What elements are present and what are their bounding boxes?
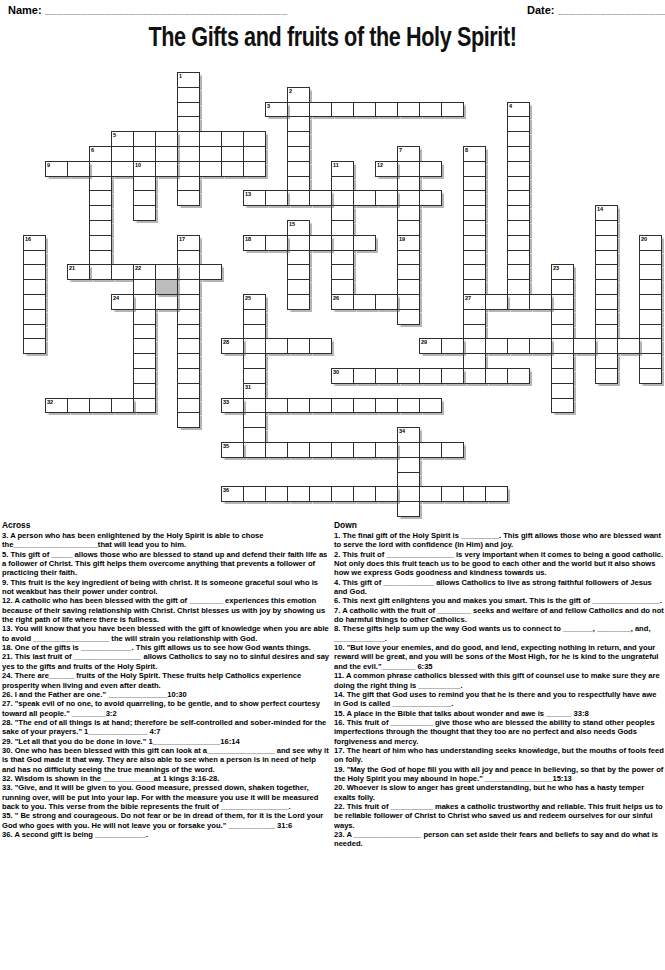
grid-cell[interactable] xyxy=(243,412,266,428)
grid-cell[interactable] xyxy=(397,264,420,280)
grid-cell[interactable] xyxy=(243,324,266,340)
grid-cell[interactable] xyxy=(89,235,112,251)
grid-cell[interactable] xyxy=(441,338,464,354)
grid-cell[interactable] xyxy=(177,250,200,266)
grid-cell[interactable] xyxy=(23,279,46,295)
grid-cell[interactable] xyxy=(331,235,354,251)
grid-cell[interactable] xyxy=(375,102,398,118)
across-clues-column: Across 3. A person who has been enlighte… xyxy=(2,520,331,839)
grid-cell[interactable] xyxy=(287,442,310,458)
grid-cell[interactable] xyxy=(23,324,46,340)
grid-cell[interactable] xyxy=(111,264,134,280)
grid-cell[interactable] xyxy=(639,368,662,384)
grid-cell[interactable] xyxy=(155,264,178,280)
grid-cell[interactable]: 29 xyxy=(419,338,442,354)
grid-cell[interactable] xyxy=(551,368,574,384)
grid-cell[interactable] xyxy=(397,457,420,473)
grid-cell[interactable]: 20 xyxy=(639,235,662,251)
grid-cell[interactable]: 4 xyxy=(507,102,530,118)
grid-cell[interactable] xyxy=(309,102,332,118)
grid-cell[interactable] xyxy=(507,235,530,251)
grid-cell[interactable] xyxy=(463,353,486,369)
grid-cell[interactable] xyxy=(639,250,662,266)
clue-across-18: 18. One of the gifts is ____________. Th… xyxy=(2,643,331,652)
grid-cell[interactable] xyxy=(243,309,266,325)
grid-cell[interactable] xyxy=(287,146,310,162)
grid-cell[interactable] xyxy=(287,279,310,295)
grid-cell[interactable] xyxy=(463,205,486,221)
grid-cell[interactable] xyxy=(441,442,464,458)
grid-cell[interactable] xyxy=(353,398,376,414)
grid-cell[interactable]: 18 xyxy=(243,235,266,251)
grid-cell[interactable] xyxy=(375,442,398,458)
grid-cell[interactable] xyxy=(397,220,420,236)
grid-cell[interactable] xyxy=(199,131,222,147)
grid-cell[interactable] xyxy=(595,368,618,384)
grid-cell[interactable] xyxy=(507,250,530,266)
grid-cell[interactable] xyxy=(441,102,464,118)
grid-cell[interactable] xyxy=(353,294,376,310)
clue-number: 2 xyxy=(289,88,292,94)
grid-cell[interactable] xyxy=(243,161,266,177)
grid-cell[interactable]: 14 xyxy=(595,205,618,221)
grid-cell[interactable] xyxy=(463,264,486,280)
grid-cell[interactable] xyxy=(507,146,530,162)
grid-cell[interactable] xyxy=(177,324,200,340)
grid-cell[interactable] xyxy=(353,368,376,384)
grid-cell[interactable]: 13 xyxy=(243,190,266,206)
grid-cell-shaded[interactable] xyxy=(155,279,178,295)
grid-cell[interactable] xyxy=(133,398,156,414)
grid-cell[interactable] xyxy=(243,486,266,502)
clue-number: 33 xyxy=(223,399,229,405)
grid-cell[interactable] xyxy=(397,486,420,502)
grid-cell[interactable] xyxy=(23,294,46,310)
grid-cell[interactable] xyxy=(397,368,420,384)
grid-cell[interactable] xyxy=(287,190,310,206)
down-heading: Down xyxy=(334,520,664,531)
worksheet-page: Name: __________________________________… xyxy=(0,0,665,970)
grid-cell[interactable] xyxy=(595,353,618,369)
grid-cell[interactable] xyxy=(287,235,310,251)
grid-cell[interactable] xyxy=(639,279,662,295)
grid-cell[interactable] xyxy=(331,250,354,266)
grid-cell[interactable] xyxy=(419,190,442,206)
grid-cell[interactable] xyxy=(463,190,486,206)
clue-across-9: 9. This fruit is the key ingredient of b… xyxy=(2,578,331,597)
grid-cell[interactable] xyxy=(89,398,112,414)
grid-cell[interactable] xyxy=(177,412,200,428)
grid-cell[interactable] xyxy=(507,279,530,295)
grid-cell[interactable] xyxy=(617,338,640,354)
grid-cell[interactable] xyxy=(177,102,200,118)
grid-cell[interactable] xyxy=(441,486,464,502)
grid-cell[interactable] xyxy=(375,294,398,310)
grid-cell[interactable] xyxy=(397,279,420,295)
clue-across-30: 30. One who has been blessed with this g… xyxy=(2,746,331,774)
name-input-line[interactable]: ________________________________________ xyxy=(45,4,287,15)
grid-cell[interactable]: 26 xyxy=(331,294,354,310)
grid-cell[interactable] xyxy=(133,279,156,295)
grid-cell[interactable] xyxy=(177,368,200,384)
grid-cell[interactable] xyxy=(397,205,420,221)
grid-cell[interactable] xyxy=(551,353,574,369)
grid-cell[interactable] xyxy=(529,338,552,354)
grid-cell[interactable] xyxy=(243,353,266,369)
grid-cell[interactable] xyxy=(595,309,618,325)
grid-cell[interactable] xyxy=(595,279,618,295)
grid-cell[interactable] xyxy=(309,338,332,354)
grid-cell[interactable] xyxy=(287,161,310,177)
grid-cell[interactable] xyxy=(309,398,332,414)
grid-cell[interactable] xyxy=(595,235,618,251)
grid-cell[interactable] xyxy=(133,383,156,399)
grid-cell[interactable] xyxy=(419,102,442,118)
grid-cell[interactable] xyxy=(331,176,354,192)
grid-cell[interactable] xyxy=(155,294,178,310)
grid-cell[interactable] xyxy=(155,161,178,177)
grid-cell[interactable] xyxy=(353,190,376,206)
grid-cell[interactable] xyxy=(287,102,310,118)
grid-cell[interactable]: 11 xyxy=(331,161,354,177)
grid-cell[interactable] xyxy=(463,324,486,340)
grid-cell[interactable] xyxy=(67,398,90,414)
grid-cell[interactable] xyxy=(397,398,420,414)
grid-cell[interactable] xyxy=(177,116,200,132)
grid-cell[interactable] xyxy=(397,472,420,488)
grid-cell[interactable]: 34 xyxy=(397,427,420,443)
grid-cell[interactable] xyxy=(331,442,354,458)
grid-cell[interactable] xyxy=(397,501,420,517)
grid-cell[interactable] xyxy=(463,309,486,325)
clue-down-17: 17. The heart of him who has understandi… xyxy=(334,746,664,765)
grid-cell[interactable] xyxy=(221,131,244,147)
grid-cell[interactable] xyxy=(133,205,156,221)
grid-cell[interactable] xyxy=(419,368,442,384)
grid-cell[interactable] xyxy=(309,486,332,502)
grid-cell[interactable]: 22 xyxy=(133,264,156,280)
grid-cell[interactable] xyxy=(375,190,398,206)
grid-cell[interactable] xyxy=(287,264,310,280)
clue-number: 11 xyxy=(333,162,339,168)
grid-cell[interactable] xyxy=(265,235,288,251)
grid-cell[interactable] xyxy=(243,398,266,414)
grid-cell[interactable]: 19 xyxy=(397,235,420,251)
grid-cell[interactable] xyxy=(507,116,530,132)
clue-number: 19 xyxy=(399,236,405,242)
grid-cell[interactable] xyxy=(23,264,46,280)
grid-cell[interactable] xyxy=(265,338,288,354)
grid-cell[interactable] xyxy=(463,279,486,295)
grid-cell[interactable] xyxy=(89,161,112,177)
grid-cell[interactable]: 6 xyxy=(89,146,112,162)
grid-cell[interactable] xyxy=(331,398,354,414)
grid-cell[interactable]: 28 xyxy=(221,338,244,354)
clue-across-12: 12. A catholic who has been blessed with… xyxy=(2,596,331,624)
grid-cell[interactable]: 8 xyxy=(463,146,486,162)
grid-cell[interactable]: 35 xyxy=(221,442,244,458)
grid-cell[interactable] xyxy=(639,309,662,325)
grid-cell[interactable]: 2 xyxy=(287,87,310,103)
grid-cell[interactable] xyxy=(89,205,112,221)
grid-cell[interactable]: 32 xyxy=(45,398,68,414)
clue-down-14: 14. The gift that God uses to remind you… xyxy=(334,690,664,709)
grid-cell[interactable] xyxy=(419,161,442,177)
clue-number: 1 xyxy=(179,73,182,79)
grid-cell[interactable] xyxy=(177,294,200,310)
grid-cell[interactable] xyxy=(177,279,200,295)
grid-cell[interactable] xyxy=(507,368,530,384)
grid-cell[interactable] xyxy=(177,161,200,177)
grid-cell[interactable] xyxy=(375,368,398,384)
grid-cell[interactable] xyxy=(463,338,486,354)
grid-cell[interactable] xyxy=(243,368,266,384)
grid-cell[interactable] xyxy=(507,264,530,280)
grid-cell[interactable] xyxy=(353,102,376,118)
clue-down-1: 1. The final gift of the Holy Spirit is … xyxy=(334,531,664,550)
grid-cell[interactable] xyxy=(485,486,508,502)
grid-cell[interactable]: 25 xyxy=(243,294,266,310)
grid-cell[interactable] xyxy=(331,279,354,295)
grid-cell[interactable] xyxy=(485,368,508,384)
clue-down-19: 19. "May the God of hope fill you with a… xyxy=(334,765,664,784)
grid-cell[interactable]: 3 xyxy=(265,102,288,118)
grid-cell[interactable] xyxy=(331,190,354,206)
grid-cell[interactable]: 36 xyxy=(221,486,244,502)
grid-cell[interactable] xyxy=(177,309,200,325)
grid-cell[interactable] xyxy=(551,398,574,414)
grid-cell[interactable] xyxy=(419,486,442,502)
grid-cell[interactable] xyxy=(639,338,662,354)
grid-cell[interactable] xyxy=(397,250,420,266)
grid-cell[interactable] xyxy=(177,353,200,369)
grid-cell[interactable] xyxy=(265,398,288,414)
clue-across-29: 29. "Let all that you do be done in love… xyxy=(2,737,331,746)
grid-cell[interactable] xyxy=(133,176,156,192)
grid-cell[interactable] xyxy=(441,368,464,384)
grid-cell[interactable] xyxy=(529,294,552,310)
grid-cell[interactable] xyxy=(507,338,530,354)
grid-cell[interactable] xyxy=(177,87,200,103)
grid-cell[interactable] xyxy=(551,383,574,399)
grid-cell[interactable] xyxy=(221,161,244,177)
grid-cell[interactable] xyxy=(639,294,662,310)
grid-cell[interactable] xyxy=(463,368,486,384)
grid-cell[interactable] xyxy=(375,486,398,502)
grid-cell[interactable] xyxy=(177,398,200,414)
grid-cell[interactable] xyxy=(353,442,376,458)
grid-cell[interactable] xyxy=(89,220,112,236)
grid-cell[interactable] xyxy=(199,264,222,280)
grid-cell[interactable] xyxy=(507,176,530,192)
grid-cell[interactable]: 7 xyxy=(397,146,420,162)
grid-cell[interactable] xyxy=(265,190,288,206)
grid-cell[interactable]: 24 xyxy=(111,294,134,310)
grid-cell[interactable] xyxy=(177,176,200,192)
clue-across-33: 33. "Give, and it will be given to you. … xyxy=(2,783,331,811)
grid-cell[interactable] xyxy=(133,294,156,310)
grid-cell[interactable] xyxy=(375,398,398,414)
grid-cell[interactable] xyxy=(397,102,420,118)
grid-cell[interactable] xyxy=(177,190,200,206)
grid-cell[interactable] xyxy=(331,220,354,236)
grid-cell[interactable] xyxy=(243,338,266,354)
grid-cell[interactable] xyxy=(595,294,618,310)
grid-cell[interactable] xyxy=(287,294,310,310)
grid-cell[interactable] xyxy=(287,486,310,502)
grid-cell[interactable] xyxy=(287,398,310,414)
grid-cell[interactable] xyxy=(463,235,486,251)
grid-cell[interactable] xyxy=(133,324,156,340)
grid-cell[interactable] xyxy=(595,264,618,280)
grid-cell[interactable] xyxy=(551,294,574,310)
grid-cell[interactable]: 16 xyxy=(23,235,46,251)
grid-cell[interactable] xyxy=(133,368,156,384)
grid-cell[interactable] xyxy=(639,353,662,369)
grid-cell[interactable]: 15 xyxy=(287,220,310,236)
grid-cell[interactable] xyxy=(507,205,530,221)
grid-cell[interactable] xyxy=(177,264,200,280)
grid-cell[interactable] xyxy=(133,131,156,147)
grid-cell[interactable] xyxy=(287,338,310,354)
grid-cell[interactable] xyxy=(397,161,420,177)
grid-cell[interactable] xyxy=(397,442,420,458)
grid-cell[interactable] xyxy=(23,338,46,354)
clue-down-11: 11. A common phrase catholics blessed wi… xyxy=(334,671,664,690)
grid-cell[interactable] xyxy=(485,294,508,310)
grid-cell[interactable] xyxy=(397,294,420,310)
grid-cell[interactable] xyxy=(463,161,486,177)
grid-cell[interactable] xyxy=(287,116,310,132)
grid-cell[interactable] xyxy=(243,146,266,162)
grid-cell[interactable] xyxy=(331,205,354,221)
grid-cell[interactable]: 30 xyxy=(331,368,354,384)
grid-cell[interactable] xyxy=(287,131,310,147)
grid-cell[interactable] xyxy=(155,146,178,162)
grid-cell[interactable] xyxy=(265,486,288,502)
grid-cell[interactable] xyxy=(243,131,266,147)
clue-number: 30 xyxy=(333,369,339,375)
grid-cell[interactable] xyxy=(353,235,376,251)
grid-cell[interactable] xyxy=(639,324,662,340)
grid-cell[interactable]: 23 xyxy=(551,264,574,280)
grid-cell[interactable] xyxy=(199,146,222,162)
grid-cell[interactable] xyxy=(639,264,662,280)
grid-cell[interactable] xyxy=(221,146,244,162)
grid-cell[interactable]: 9 xyxy=(45,161,68,177)
grid-cell[interactable] xyxy=(595,250,618,266)
grid-cell[interactable] xyxy=(133,353,156,369)
grid-cell[interactable] xyxy=(133,309,156,325)
grid-cell[interactable] xyxy=(507,220,530,236)
grid-cell[interactable]: 27 xyxy=(463,294,486,310)
grid-cell[interactable] xyxy=(551,309,574,325)
grid-cell[interactable] xyxy=(507,294,530,310)
grid-cell[interactable] xyxy=(309,190,332,206)
grid-cell[interactable] xyxy=(331,264,354,280)
grid-cell[interactable]: 5 xyxy=(111,131,134,147)
grid-cell[interactable] xyxy=(287,176,310,192)
grid-cell[interactable] xyxy=(67,161,90,177)
clue-number: 14 xyxy=(597,206,603,212)
grid-cell[interactable] xyxy=(419,398,442,414)
grid-cell[interactable] xyxy=(573,338,596,354)
grid-cell[interactable] xyxy=(243,442,266,458)
grid-cell[interactable] xyxy=(463,486,486,502)
clue-number: 20 xyxy=(641,236,647,242)
grid-cell[interactable] xyxy=(177,338,200,354)
grid-cell[interactable] xyxy=(551,338,574,354)
grid-cell[interactable] xyxy=(89,190,112,206)
grid-cell[interactable] xyxy=(595,324,618,340)
grid-cell[interactable] xyxy=(287,250,310,266)
grid-cell[interactable] xyxy=(485,338,508,354)
grid-cell[interactable]: 21 xyxy=(67,264,90,280)
grid-cell[interactable] xyxy=(551,324,574,340)
grid-cell[interactable] xyxy=(111,146,134,162)
grid-cell[interactable]: 17 xyxy=(177,235,200,251)
grid-cell[interactable] xyxy=(397,190,420,206)
grid-cell[interactable] xyxy=(155,131,178,147)
grid-cell[interactable] xyxy=(23,250,46,266)
grid-cell[interactable] xyxy=(177,131,200,147)
grid-cell[interactable] xyxy=(595,338,618,354)
grid-cell[interactable] xyxy=(507,190,530,206)
grid-cell[interactable] xyxy=(595,220,618,236)
clue-down-15: 15. A place in the Bible that talks abou… xyxy=(334,709,664,718)
grid-cell[interactable] xyxy=(309,442,332,458)
grid-cell[interactable]: 1 xyxy=(177,72,200,88)
grid-cell[interactable] xyxy=(177,146,200,162)
grid-cell[interactable] xyxy=(463,176,486,192)
grid-cell[interactable]: 31 xyxy=(243,383,266,399)
grid-cell[interactable] xyxy=(507,131,530,147)
grid-cell[interactable] xyxy=(397,309,420,325)
grid-cell[interactable] xyxy=(23,309,46,325)
grid-cell[interactable] xyxy=(331,486,354,502)
grid-cell[interactable] xyxy=(419,442,442,458)
grid-cell[interactable] xyxy=(133,146,156,162)
grid-cell[interactable] xyxy=(309,235,332,251)
grid-cell[interactable] xyxy=(111,161,134,177)
grid-cell[interactable] xyxy=(507,161,530,177)
across-heading: Across xyxy=(2,520,331,531)
grid-cell[interactable] xyxy=(199,161,222,177)
grid-cell[interactable] xyxy=(111,398,134,414)
grid-cell[interactable] xyxy=(331,102,354,118)
grid-cell[interactable] xyxy=(133,190,156,206)
grid-cell[interactable] xyxy=(89,264,112,280)
clue-number: 18 xyxy=(245,236,251,242)
clue-number: 36 xyxy=(223,487,229,493)
grid-cell[interactable] xyxy=(243,427,266,443)
grid-cell[interactable] xyxy=(89,250,112,266)
date-input-line[interactable]: ____________________ xyxy=(558,4,665,15)
grid-cell[interactable] xyxy=(551,279,574,295)
grid-cell[interactable] xyxy=(353,486,376,502)
grid-cell[interactable] xyxy=(133,338,156,354)
grid-cell[interactable]: 12 xyxy=(375,161,398,177)
grid-cell[interactable] xyxy=(463,250,486,266)
grid-cell[interactable] xyxy=(463,220,486,236)
clue-number: 25 xyxy=(245,295,251,301)
grid-cell[interactable]: 10 xyxy=(133,161,156,177)
grid-cell[interactable] xyxy=(89,176,112,192)
grid-cell[interactable] xyxy=(177,383,200,399)
grid-cell[interactable] xyxy=(397,176,420,192)
grid-cell[interactable] xyxy=(265,442,288,458)
grid-cell[interactable]: 33 xyxy=(221,398,244,414)
